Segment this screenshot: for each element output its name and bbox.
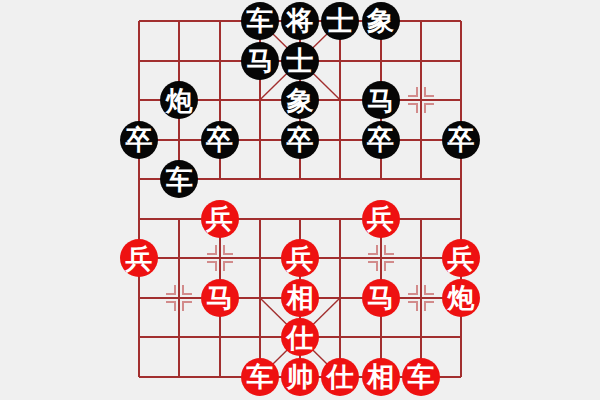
piece-black-horse[interactable]: 马	[362, 81, 400, 119]
piece-black-soldier[interactable]: 卒	[120, 121, 158, 159]
piece-black-elephant[interactable]: 象	[362, 2, 400, 40]
piece-black-horse[interactable]: 马	[241, 42, 279, 80]
piece-red-chariot[interactable]: 车	[402, 358, 440, 396]
piece-black-soldier[interactable]: 卒	[362, 121, 400, 159]
piece-red-soldier[interactable]: 兵	[442, 239, 480, 277]
piece-black-cannon[interactable]: 炮	[160, 81, 198, 119]
piece-red-soldier[interactable]: 兵	[201, 200, 239, 238]
piece-black-soldier[interactable]: 卒	[201, 121, 239, 159]
piece-red-chariot[interactable]: 车	[241, 358, 279, 396]
piece-red-elephant[interactable]: 相	[281, 279, 319, 317]
piece-black-general[interactable]: 将	[281, 2, 319, 40]
xiangqi-board: 车将士象马士炮象马卒卒卒卒卒车兵兵兵兵兵马相马炮仕车帅仕相车	[0, 0, 600, 400]
board-intersections[interactable]: 车将士象马士炮象马卒卒卒卒卒车兵兵兵兵兵马相马炮仕车帅仕相车	[119, 1, 481, 396]
piece-red-horse[interactable]: 马	[362, 279, 400, 317]
piece-black-elephant[interactable]: 象	[281, 81, 319, 119]
piece-black-soldier[interactable]: 卒	[281, 121, 319, 159]
piece-red-advisor[interactable]: 仕	[281, 318, 319, 356]
piece-black-chariot[interactable]: 车	[160, 160, 198, 198]
piece-red-advisor[interactable]: 仕	[321, 358, 359, 396]
piece-red-soldier[interactable]: 兵	[281, 239, 319, 277]
piece-black-chariot[interactable]: 车	[241, 2, 279, 40]
piece-red-soldier[interactable]: 兵	[362, 200, 400, 238]
piece-black-advisor[interactable]: 士	[281, 42, 319, 80]
piece-red-general[interactable]: 帅	[281, 358, 319, 396]
piece-red-elephant[interactable]: 相	[362, 358, 400, 396]
piece-red-horse[interactable]: 马	[201, 279, 239, 317]
piece-black-soldier[interactable]: 卒	[442, 121, 480, 159]
piece-red-soldier[interactable]: 兵	[120, 239, 158, 277]
piece-black-advisor[interactable]: 士	[321, 2, 359, 40]
piece-red-cannon[interactable]: 炮	[442, 279, 480, 317]
